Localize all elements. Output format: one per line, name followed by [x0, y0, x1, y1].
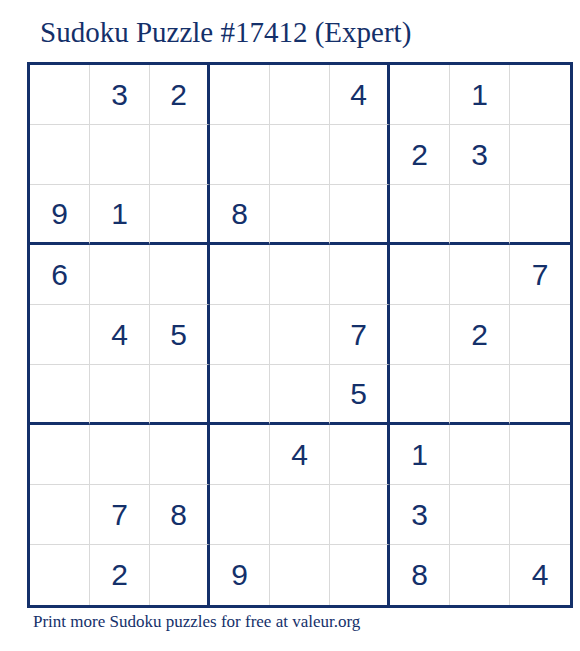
sudoku-grid: 3241239186745725417832984	[27, 62, 573, 608]
cell-r3c6	[330, 185, 390, 245]
cell-r2c5	[270, 125, 330, 185]
cell-r4c7	[390, 245, 450, 305]
cell-r6c1	[30, 365, 90, 425]
cell-r3c5	[270, 185, 330, 245]
cell-r1c2: 3	[90, 65, 150, 125]
cell-r8c2: 7	[90, 485, 150, 545]
cell-r2c9	[510, 125, 570, 185]
cell-r7c4	[210, 425, 270, 485]
cell-r4c2	[90, 245, 150, 305]
cell-r9c7: 8	[390, 545, 450, 605]
cell-r5c2: 4	[90, 305, 150, 365]
footer-text: Print more Sudoku puzzles for free at va…	[33, 612, 360, 632]
sudoku-page: Sudoku Puzzle #17412 (Expert) 3241239186…	[0, 0, 580, 651]
cell-r6c3	[150, 365, 210, 425]
cell-r3c4: 8	[210, 185, 270, 245]
cell-r8c5	[270, 485, 330, 545]
cell-r4c8	[450, 245, 510, 305]
cell-r5c4	[210, 305, 270, 365]
cell-r1c3: 2	[150, 65, 210, 125]
cell-r2c1	[30, 125, 90, 185]
cell-r1c8: 1	[450, 65, 510, 125]
cell-r6c9	[510, 365, 570, 425]
cell-r8c8	[450, 485, 510, 545]
cell-r8c4	[210, 485, 270, 545]
cell-r9c3	[150, 545, 210, 605]
cell-r7c1	[30, 425, 90, 485]
cell-r2c2	[90, 125, 150, 185]
cell-r7c7: 1	[390, 425, 450, 485]
cell-r5c7	[390, 305, 450, 365]
cell-r5c1	[30, 305, 90, 365]
cell-r3c1: 9	[30, 185, 90, 245]
cell-r8c6	[330, 485, 390, 545]
cell-r2c3	[150, 125, 210, 185]
cell-r9c8	[450, 545, 510, 605]
cell-r3c3	[150, 185, 210, 245]
cell-r9c5	[270, 545, 330, 605]
cell-r1c6: 4	[330, 65, 390, 125]
cell-r4c5	[270, 245, 330, 305]
cell-r6c6: 5	[330, 365, 390, 425]
cell-r6c8	[450, 365, 510, 425]
cell-r6c2	[90, 365, 150, 425]
cell-r3c7	[390, 185, 450, 245]
cell-r5c5	[270, 305, 330, 365]
cell-r1c7	[390, 65, 450, 125]
cell-r9c2: 2	[90, 545, 150, 605]
page-title: Sudoku Puzzle #17412 (Expert)	[40, 15, 411, 49]
cell-r7c9	[510, 425, 570, 485]
cell-r8c1	[30, 485, 90, 545]
cell-r3c2: 1	[90, 185, 150, 245]
cell-r7c2	[90, 425, 150, 485]
cell-r7c8	[450, 425, 510, 485]
cell-r4c9: 7	[510, 245, 570, 305]
cell-r7c3	[150, 425, 210, 485]
cell-r8c9	[510, 485, 570, 545]
cell-r9c1	[30, 545, 90, 605]
cell-r2c6	[330, 125, 390, 185]
cell-r9c6	[330, 545, 390, 605]
cell-r1c9	[510, 65, 570, 125]
cell-r6c7	[390, 365, 450, 425]
cell-r4c1: 6	[30, 245, 90, 305]
cell-r6c4	[210, 365, 270, 425]
cell-r7c5: 4	[270, 425, 330, 485]
cell-r3c9	[510, 185, 570, 245]
cell-r8c3: 8	[150, 485, 210, 545]
cell-r2c8: 3	[450, 125, 510, 185]
cell-r5c9	[510, 305, 570, 365]
cell-r9c9: 4	[510, 545, 570, 605]
cell-r6c5	[270, 365, 330, 425]
cell-r9c4: 9	[210, 545, 270, 605]
cell-r5c3: 5	[150, 305, 210, 365]
cell-r2c7: 2	[390, 125, 450, 185]
cell-r3c8	[450, 185, 510, 245]
cell-r2c4	[210, 125, 270, 185]
cell-r1c5	[270, 65, 330, 125]
cell-r4c3	[150, 245, 210, 305]
cell-r1c4	[210, 65, 270, 125]
cell-r8c7: 3	[390, 485, 450, 545]
cell-r7c6	[330, 425, 390, 485]
cell-r1c1	[30, 65, 90, 125]
cell-r5c6: 7	[330, 305, 390, 365]
cell-r4c6	[330, 245, 390, 305]
cell-r4c4	[210, 245, 270, 305]
cell-r5c8: 2	[450, 305, 510, 365]
